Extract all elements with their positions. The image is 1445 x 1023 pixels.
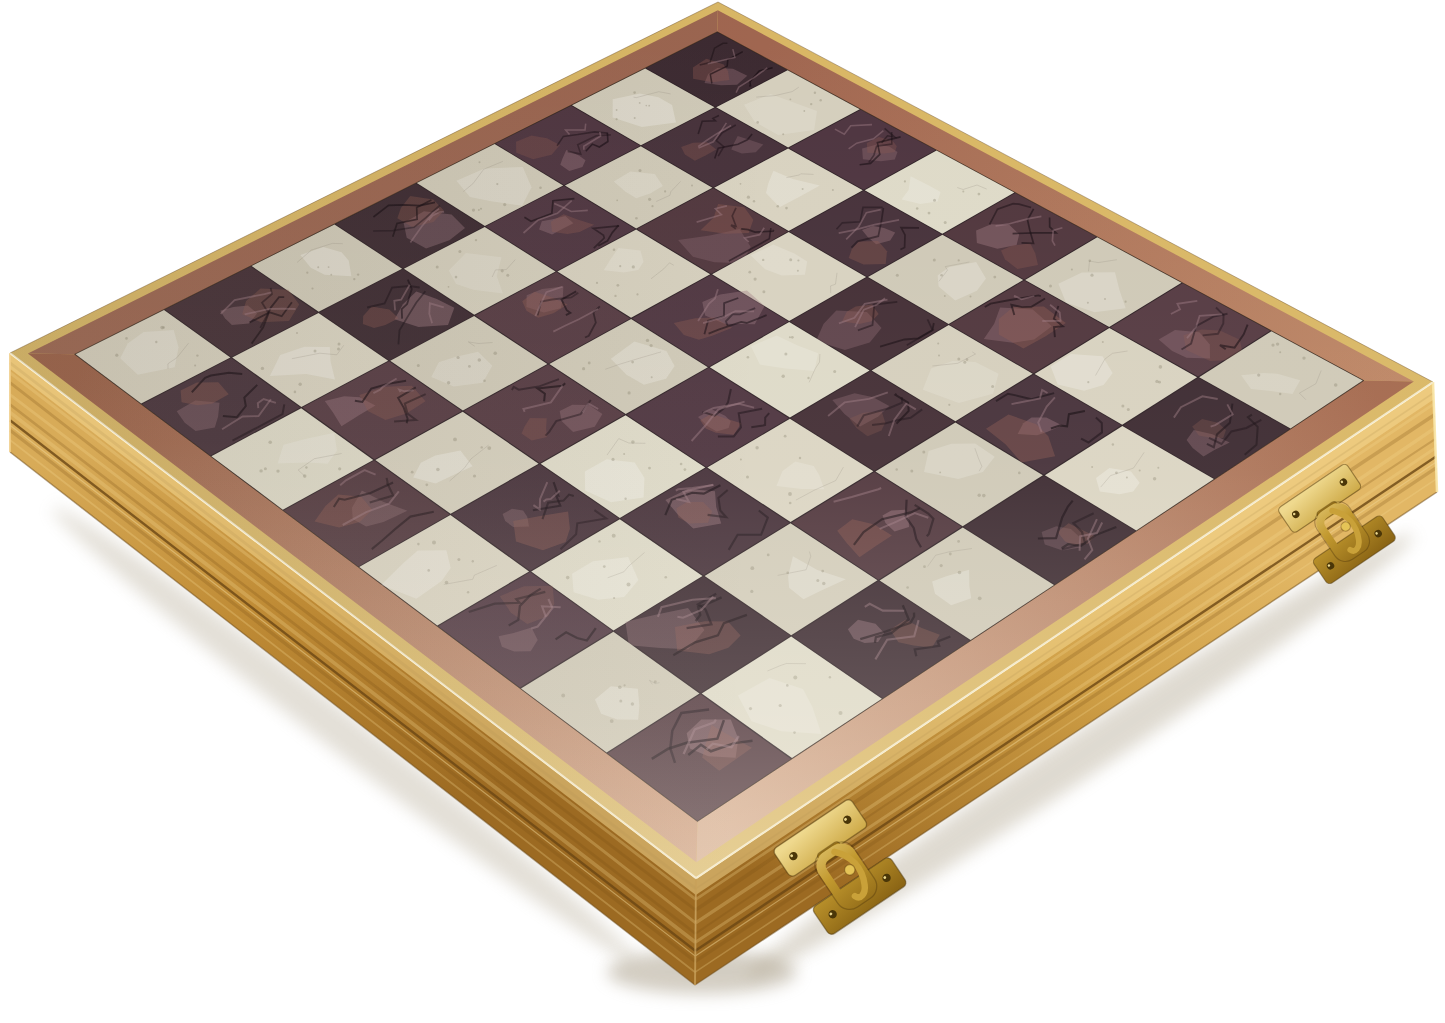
near-corner-edge <box>695 878 696 985</box>
chess-box-photo <box>0 0 1445 1023</box>
scene <box>0 0 1445 1023</box>
